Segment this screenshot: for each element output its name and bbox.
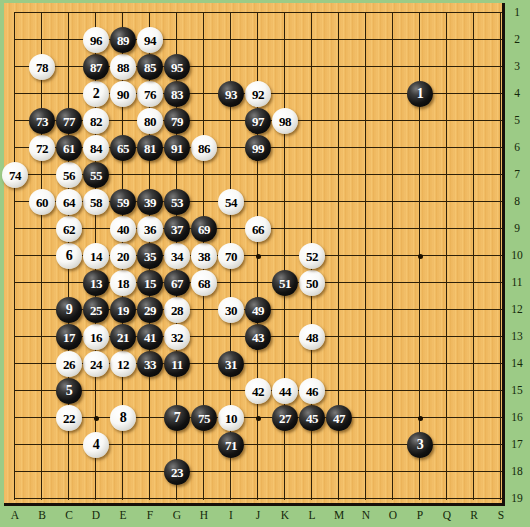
move-number: 32: [171, 331, 183, 344]
black-stone: 61: [56, 135, 82, 161]
column-label: S: [491, 509, 511, 521]
white-stone: 38: [191, 243, 217, 269]
move-number: 53: [171, 196, 183, 209]
move-number: 56: [63, 169, 75, 182]
row-label: 18: [506, 465, 528, 477]
move-number: 9: [66, 303, 73, 317]
white-stone: 28: [164, 297, 190, 323]
white-stone: 82: [83, 108, 109, 134]
move-number: 10: [225, 412, 237, 425]
black-stone: 19: [110, 297, 136, 323]
move-number: 26: [63, 358, 75, 371]
black-stone: 67: [164, 270, 190, 296]
move-number: 58: [90, 196, 102, 209]
move-number: 23: [171, 466, 183, 479]
white-stone: 86: [191, 135, 217, 161]
row-label: 8: [506, 195, 528, 207]
move-number: 99: [252, 142, 264, 155]
row-label: 4: [506, 87, 528, 99]
white-stone: 76: [137, 81, 163, 107]
column-label: K: [275, 509, 295, 521]
white-stone: 26: [56, 351, 82, 377]
column-label: P: [410, 509, 430, 521]
move-number: 88: [117, 61, 129, 74]
move-number: 95: [171, 61, 183, 74]
black-stone: 87: [83, 54, 109, 80]
move-number: 76: [144, 88, 156, 101]
black-stone: 73: [29, 108, 55, 134]
white-stone: 50: [299, 270, 325, 296]
move-number: 73: [36, 115, 48, 128]
row-label: 6: [506, 141, 528, 153]
move-number: 67: [171, 277, 183, 290]
black-stone: 39: [137, 189, 163, 215]
move-number: 81: [144, 142, 156, 155]
black-stone: 99: [245, 135, 271, 161]
move-number: 69: [198, 223, 210, 236]
white-stone: 20: [110, 243, 136, 269]
black-stone: 81: [137, 135, 163, 161]
black-stone: 85: [137, 54, 163, 80]
move-number: 87: [90, 61, 102, 74]
black-stone: 9: [56, 297, 82, 323]
move-number: 24: [90, 358, 102, 371]
move-number: 55: [90, 169, 102, 182]
move-number: 54: [225, 196, 237, 209]
move-number: 45: [306, 412, 318, 425]
white-stone: 72: [29, 135, 55, 161]
column-label: E: [113, 509, 133, 521]
black-stone: 95: [164, 54, 190, 80]
white-stone: 92: [245, 81, 271, 107]
move-number: 61: [63, 142, 75, 155]
column-label: A: [5, 509, 25, 521]
row-label: 15: [506, 384, 528, 396]
black-stone: 71: [218, 432, 244, 458]
move-number: 27: [279, 412, 291, 425]
move-number: 72: [36, 142, 48, 155]
white-stone: 46: [299, 378, 325, 404]
white-stone: 70: [218, 243, 244, 269]
move-number: 25: [90, 304, 102, 317]
white-stone: 98: [272, 108, 298, 134]
move-number: 12: [117, 358, 129, 371]
black-stone: 17: [56, 324, 82, 350]
white-stone: 6: [56, 243, 82, 269]
move-number: 77: [63, 115, 75, 128]
black-stone: 41: [137, 324, 163, 350]
move-number: 74: [9, 169, 21, 182]
move-number: 64: [63, 196, 75, 209]
move-number: 60: [36, 196, 48, 209]
white-stone: 48: [299, 324, 325, 350]
move-number: 19: [117, 304, 129, 317]
move-number: 4: [93, 438, 100, 452]
move-number: 39: [144, 196, 156, 209]
star-point: [256, 254, 261, 259]
black-stone: 55: [83, 162, 109, 188]
black-stone: 21: [110, 324, 136, 350]
move-number: 96: [90, 34, 102, 47]
move-number: 5: [66, 384, 73, 398]
white-stone: 64: [56, 189, 82, 215]
white-stone: 94: [137, 27, 163, 53]
black-stone: 43: [245, 324, 271, 350]
column-label: R: [464, 509, 484, 521]
black-stone: 11: [164, 351, 190, 377]
move-number: 49: [252, 304, 264, 317]
move-number: 40: [117, 223, 129, 236]
move-number: 38: [198, 250, 210, 263]
black-stone: 3: [407, 432, 433, 458]
white-stone: 42: [245, 378, 271, 404]
move-number: 15: [144, 277, 156, 290]
move-number: 7: [174, 411, 181, 425]
move-number: 13: [90, 277, 102, 290]
move-number: 1: [417, 87, 424, 101]
black-stone: 1: [407, 81, 433, 107]
black-stone: 29: [137, 297, 163, 323]
move-number: 41: [144, 331, 156, 344]
move-number: 65: [117, 142, 129, 155]
white-stone: 10: [218, 405, 244, 431]
white-stone: 24: [83, 351, 109, 377]
white-stone: 36: [137, 216, 163, 242]
black-stone: 45: [299, 405, 325, 431]
row-label: 3: [506, 60, 528, 72]
move-number: 97: [252, 115, 264, 128]
row-label: 17: [506, 438, 528, 450]
move-number: 2: [93, 87, 100, 101]
move-number: 22: [63, 412, 75, 425]
white-stone: 54: [218, 189, 244, 215]
move-number: 66: [252, 223, 264, 236]
column-label: D: [86, 509, 106, 521]
black-stone: 77: [56, 108, 82, 134]
white-stone: 30: [218, 297, 244, 323]
black-stone: 33: [137, 351, 163, 377]
black-stone: 97: [245, 108, 271, 134]
white-stone: 62: [56, 216, 82, 242]
black-stone: 89: [110, 27, 136, 53]
row-label: 13: [506, 330, 528, 342]
move-number: 42: [252, 385, 264, 398]
move-number: 35: [144, 250, 156, 263]
white-stone: 12: [110, 351, 136, 377]
star-point: [94, 416, 99, 421]
black-stone: 15: [137, 270, 163, 296]
move-number: 92: [252, 88, 264, 101]
row-label: 11: [506, 276, 528, 288]
move-number: 79: [171, 115, 183, 128]
column-label: C: [59, 509, 79, 521]
move-number: 44: [279, 385, 291, 398]
black-stone: 91: [164, 135, 190, 161]
move-number: 71: [225, 439, 237, 452]
row-label: 19: [506, 492, 528, 504]
column-label: H: [194, 509, 214, 521]
black-stone: 5: [56, 378, 82, 404]
move-number: 14: [90, 250, 102, 263]
black-stone: 13: [83, 270, 109, 296]
black-stone: 23: [164, 459, 190, 485]
white-stone: 96: [83, 27, 109, 53]
row-label: 2: [506, 33, 528, 45]
white-stone: 78: [29, 54, 55, 80]
move-number: 52: [306, 250, 318, 263]
row-label: 10: [506, 249, 528, 261]
move-number: 34: [171, 250, 183, 263]
move-number: 31: [225, 358, 237, 371]
move-number: 6: [66, 249, 73, 263]
move-number: 33: [144, 358, 156, 371]
white-stone: 58: [83, 189, 109, 215]
white-stone: 2: [83, 81, 109, 107]
move-number: 59: [117, 196, 129, 209]
white-stone: 52: [299, 243, 325, 269]
black-stone: 35: [137, 243, 163, 269]
move-number: 86: [198, 142, 210, 155]
move-number: 17: [63, 331, 75, 344]
move-number: 91: [171, 142, 183, 155]
black-stone: 37: [164, 216, 190, 242]
column-label: M: [329, 509, 349, 521]
move-number: 75: [198, 412, 210, 425]
move-number: 28: [171, 304, 183, 317]
move-number: 90: [117, 88, 129, 101]
row-label: 16: [506, 411, 528, 423]
row-label: 9: [506, 222, 528, 234]
column-label: G: [167, 509, 187, 521]
column-label: J: [248, 509, 268, 521]
white-stone: 80: [137, 108, 163, 134]
star-point: [418, 254, 423, 259]
white-stone: 18: [110, 270, 136, 296]
black-stone: 51: [272, 270, 298, 296]
black-stone: 7: [164, 405, 190, 431]
move-number: 46: [306, 385, 318, 398]
column-label: L: [302, 509, 322, 521]
move-number: 43: [252, 331, 264, 344]
move-number: 80: [144, 115, 156, 128]
move-number: 47: [333, 412, 345, 425]
move-number: 84: [90, 142, 102, 155]
move-number: 98: [279, 115, 291, 128]
row-label: 14: [506, 357, 528, 369]
row-label: 12: [506, 303, 528, 315]
move-number: 93: [225, 88, 237, 101]
white-stone: 56: [56, 162, 82, 188]
column-label: Q: [437, 509, 457, 521]
move-number: 11: [171, 358, 182, 371]
white-stone: 60: [29, 189, 55, 215]
column-label: B: [32, 509, 52, 521]
move-number: 21: [117, 331, 129, 344]
white-stone: 88: [110, 54, 136, 80]
star-point: [418, 416, 423, 421]
black-stone: 79: [164, 108, 190, 134]
row-label: 5: [506, 114, 528, 126]
white-stone: 14: [83, 243, 109, 269]
star-point: [256, 416, 261, 421]
black-stone: 65: [110, 135, 136, 161]
black-stone: 53: [164, 189, 190, 215]
column-label: N: [356, 509, 376, 521]
white-stone: 84: [83, 135, 109, 161]
black-stone: 25: [83, 297, 109, 323]
black-stone: 47: [326, 405, 352, 431]
white-stone: 68: [191, 270, 217, 296]
black-stone: 59: [110, 189, 136, 215]
move-number: 51: [279, 277, 291, 290]
white-stone: 8: [110, 405, 136, 431]
move-number: 94: [144, 34, 156, 47]
move-number: 68: [198, 277, 210, 290]
move-number: 89: [117, 34, 129, 47]
move-number: 50: [306, 277, 318, 290]
move-number: 30: [225, 304, 237, 317]
move-number: 70: [225, 250, 237, 263]
black-stone: 83: [164, 81, 190, 107]
column-label: O: [383, 509, 403, 521]
move-number: 8: [120, 411, 127, 425]
black-stone: 27: [272, 405, 298, 431]
move-number: 29: [144, 304, 156, 317]
move-number: 16: [90, 331, 102, 344]
white-stone: 16: [83, 324, 109, 350]
white-stone: 66: [245, 216, 271, 242]
column-label: I: [221, 509, 241, 521]
black-stone: 31: [218, 351, 244, 377]
black-stone: 49: [245, 297, 271, 323]
white-stone: 40: [110, 216, 136, 242]
move-number: 85: [144, 61, 156, 74]
white-stone: 44: [272, 378, 298, 404]
black-stone: 75: [191, 405, 217, 431]
move-number: 48: [306, 331, 318, 344]
black-stone: 93: [218, 81, 244, 107]
move-number: 37: [171, 223, 183, 236]
white-stone: 22: [56, 405, 82, 431]
move-number: 62: [63, 223, 75, 236]
move-number: 20: [117, 250, 129, 263]
black-stone: 69: [191, 216, 217, 242]
white-stone: 4: [83, 432, 109, 458]
move-number: 82: [90, 115, 102, 128]
move-number: 18: [117, 277, 129, 290]
move-number: 78: [36, 61, 48, 74]
column-label: F: [140, 509, 160, 521]
white-stone: 32: [164, 324, 190, 350]
white-stone: 74: [2, 162, 28, 188]
row-label: 1: [506, 6, 528, 18]
white-stone: 34: [164, 243, 190, 269]
move-number: 3: [417, 438, 424, 452]
move-number: 83: [171, 88, 183, 101]
row-label: 7: [506, 168, 528, 180]
white-stone: 90: [110, 81, 136, 107]
move-number: 36: [144, 223, 156, 236]
go-board-diagram: 1234567891011121314151617181920212223242…: [0, 0, 530, 527]
